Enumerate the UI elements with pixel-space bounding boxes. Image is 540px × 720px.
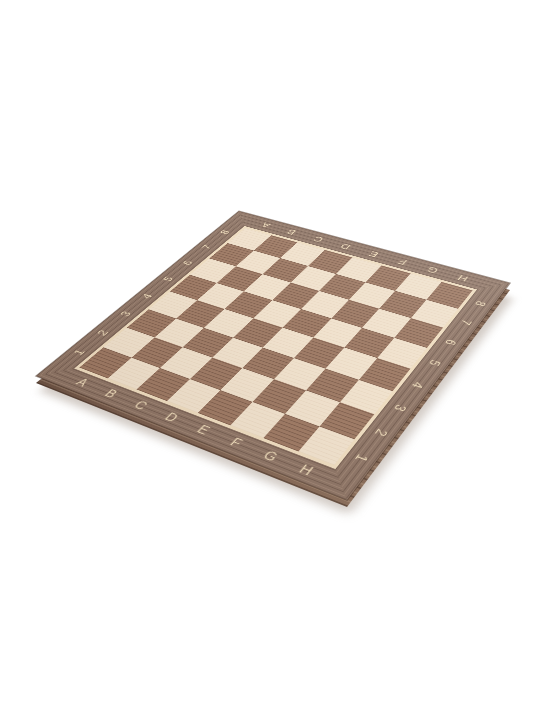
board-photo: AABBCCDDEEFFGGHH1122334455667788 bbox=[0, 0, 540, 720]
board: AABBCCDDEEFFGGHH1122334455667788 bbox=[36, 211, 510, 500]
board-top-surface: AABBCCDDEEFFGGHH1122334455667788 bbox=[0, 0, 400, 400]
